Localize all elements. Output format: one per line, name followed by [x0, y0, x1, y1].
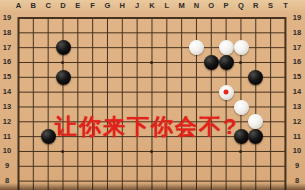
coord-label-right-16: 16: [293, 59, 301, 67]
coord-label-right-19: 19: [293, 14, 301, 22]
star-point: [150, 61, 153, 64]
coord-label-top-M: M: [179, 2, 185, 10]
coord-label-top-N: N: [194, 2, 199, 10]
coord-label-left-17: 17: [3, 44, 11, 52]
coord-label-top-S: S: [268, 2, 273, 10]
star-point: [61, 61, 64, 64]
coord-label-top-Q: Q: [238, 2, 244, 10]
coord-label-right-18: 18: [293, 29, 301, 37]
coord-label-left-13: 13: [3, 103, 11, 111]
coord-label-top-G: G: [105, 2, 111, 10]
coord-label-top-C: C: [45, 2, 50, 10]
coord-label-top-J: J: [135, 2, 139, 10]
coord-label-top-O: O: [208, 2, 214, 10]
coord-label-top-B: B: [31, 2, 36, 10]
stone-black-R11: [248, 129, 263, 144]
coord-label-right-13: 13: [293, 103, 301, 111]
coord-label-left-12: 12: [3, 118, 11, 126]
stone-white-R12: [248, 114, 263, 129]
overlay-caption: 让你来下你会不?: [55, 116, 238, 138]
stone-black-D15: [56, 70, 71, 85]
coord-label-right-8: 8: [295, 177, 299, 185]
coord-label-left-16: 16: [3, 59, 11, 67]
coord-label-top-L: L: [165, 2, 170, 10]
stone-black-C11: [41, 129, 56, 144]
coord-label-right-14: 14: [293, 88, 301, 96]
coord-label-right-9: 9: [295, 163, 299, 171]
coord-label-right-11: 11: [293, 133, 301, 141]
star-point: [61, 150, 64, 153]
coord-label-top-D: D: [60, 2, 65, 10]
coord-label-right-12: 12: [293, 118, 301, 126]
coord-label-top-T: T: [283, 2, 288, 10]
stone-white-Q17: [234, 40, 249, 55]
last-move-marker: [224, 90, 229, 95]
stone-white-P17: [219, 40, 234, 55]
stone-black-P16: [219, 55, 234, 70]
coord-label-left-11: 11: [3, 133, 11, 141]
star-point: [239, 61, 242, 64]
coord-label-left-9: 9: [5, 163, 9, 171]
stone-black-R15: [248, 70, 263, 85]
coord-label-left-10: 10: [3, 148, 11, 156]
coord-label-left-8: 8: [5, 177, 9, 185]
coord-label-top-P: P: [224, 2, 229, 10]
coord-label-top-R: R: [253, 2, 258, 10]
coord-label-left-18: 18: [3, 29, 11, 37]
coord-label-right-15: 15: [293, 74, 301, 82]
coord-label-top-K: K: [149, 2, 154, 10]
stone-white-P14: [219, 85, 234, 100]
star-point: [239, 150, 242, 153]
coord-label-left-19: 19: [3, 14, 11, 22]
coord-label-top-F: F: [90, 2, 95, 10]
stone-white-Q13: [234, 100, 249, 115]
star-point: [150, 150, 153, 153]
coord-label-left-15: 15: [3, 74, 11, 82]
coord-label-right-10: 10: [293, 148, 301, 156]
coord-label-left-14: 14: [3, 88, 11, 96]
coord-label-right-17: 17: [293, 44, 301, 52]
stone-white-N17: [189, 40, 204, 55]
coord-label-top-H: H: [120, 2, 125, 10]
coord-label-top-E: E: [75, 2, 80, 10]
stone-black-D17: [56, 40, 71, 55]
stone-black-O16: [204, 55, 219, 70]
go-board[interactable]: [11, 11, 293, 190]
coord-label-top-A: A: [16, 2, 21, 10]
go-app-screen: ABCDEFGHJKLMNOPQRST191918181717161615151…: [0, 0, 305, 190]
